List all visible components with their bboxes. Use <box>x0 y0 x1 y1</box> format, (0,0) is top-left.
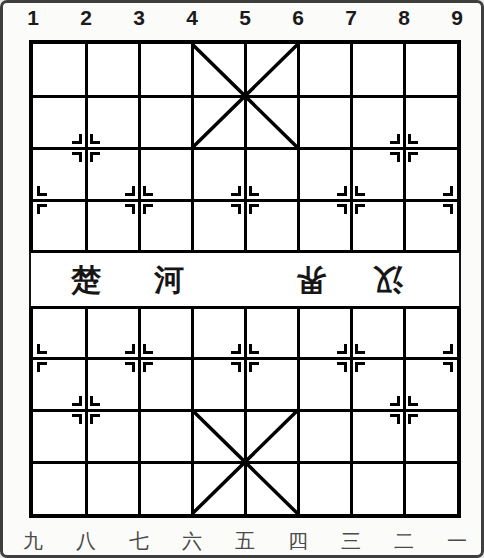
star-point-corner-br <box>249 204 259 214</box>
file-label-top-7: 7 <box>338 6 364 30</box>
file-label-bottom-8: 二 <box>391 528 417 555</box>
star-point-corner-tl <box>390 134 400 144</box>
star-point-corner-bl <box>337 204 347 214</box>
file-label-top-9: 9 <box>444 6 470 30</box>
star-point-corner-tr <box>249 344 259 354</box>
star-point-corner-bl <box>125 204 135 214</box>
star-point-corner-tr <box>37 344 47 354</box>
star-point-corner-tr <box>90 134 100 144</box>
star-point-corner-br <box>143 204 153 214</box>
star-point-corner-br <box>37 362 47 372</box>
file-label-bottom-1: 九 <box>20 528 46 555</box>
river-char-rotated-1: 汉 <box>373 264 403 296</box>
star-point-corner-tr <box>90 396 100 406</box>
star-point-corner-tl <box>125 344 135 354</box>
star-point-corner-tl <box>125 186 135 196</box>
file-label-top-3: 3 <box>126 6 152 30</box>
star-point-corner-tl <box>390 396 400 406</box>
star-point-corner-tl <box>231 186 241 196</box>
star-point-corner-tr <box>37 186 47 196</box>
file-label-bottom-6: 四 <box>285 528 311 555</box>
star-point-corner-br <box>355 204 365 214</box>
star-point-corner-br <box>90 414 100 424</box>
star-point-corner-tr <box>249 186 259 196</box>
file-label-bottom-7: 三 <box>338 528 364 555</box>
star-point-corner-bl <box>231 204 241 214</box>
star-point-corner-bl <box>72 414 82 424</box>
star-point-corner-bl <box>390 414 400 424</box>
star-point-corner-br <box>249 362 259 372</box>
star-point-corner-br <box>355 362 365 372</box>
star-point-corner-bl <box>72 152 82 162</box>
star-point-corner-br <box>143 362 153 372</box>
board-surface: 楚河 汉界 <box>33 44 457 514</box>
star-point-corner-bl <box>125 362 135 372</box>
star-point-corner-br <box>408 152 418 162</box>
star-point-corner-br <box>408 414 418 424</box>
star-point-corner-tl <box>443 186 453 196</box>
river-char-rotated-2: 界 <box>296 264 326 296</box>
file-label-bottom-2: 八 <box>73 528 99 555</box>
star-point-corner-br <box>37 204 47 214</box>
file-label-top-2: 2 <box>73 6 99 30</box>
star-point-corner-tr <box>143 186 153 196</box>
file-label-bottom-5: 五 <box>232 528 258 555</box>
file-label-top-8: 8 <box>391 6 417 30</box>
star-point-corner-bl <box>390 152 400 162</box>
file-label-bottom-3: 七 <box>126 528 152 555</box>
star-point-corner-bl <box>337 362 347 372</box>
star-point-corner-tl <box>231 344 241 354</box>
star-point-corner-tr <box>408 134 418 144</box>
file-label-top-6: 6 <box>285 6 311 30</box>
star-point-corner-bl <box>443 362 453 372</box>
star-point-corner-tr <box>355 344 365 354</box>
star-point-corner-tl <box>72 396 82 406</box>
river: 楚河 汉界 <box>29 250 461 309</box>
star-point-corner-bl <box>443 204 453 214</box>
file-label-bottom-4: 六 <box>179 528 205 555</box>
file-label-top-4: 4 <box>179 6 205 30</box>
star-point-corner-tl <box>72 134 82 144</box>
star-point-corner-tr <box>143 344 153 354</box>
star-point-corner-tl <box>337 186 347 196</box>
star-point-corner-br <box>90 152 100 162</box>
file-label-top-5: 5 <box>232 6 258 30</box>
star-point-corner-tl <box>337 344 347 354</box>
river-text-chu-he: 楚河 <box>71 264 237 296</box>
star-point-corner-bl <box>231 362 241 372</box>
star-point-corner-tl <box>443 344 453 354</box>
star-point-corner-tr <box>355 186 365 196</box>
file-label-bottom-9: 一 <box>444 528 470 555</box>
xiangqi-board-diagram: 123456789 楚河 汉界 九八七六五四三二一 <box>0 0 484 558</box>
star-point-corner-tr <box>408 396 418 406</box>
file-label-top-1: 1 <box>20 6 46 30</box>
xiangqi-board[interactable]: 楚河 汉界 <box>29 40 461 518</box>
